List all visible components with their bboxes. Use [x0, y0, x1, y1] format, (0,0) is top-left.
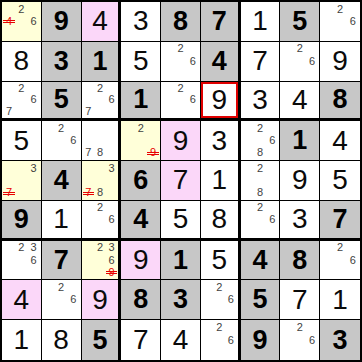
pencil-mark-6: 6: [187, 56, 199, 67]
pencil-mark-6: 6: [67, 135, 79, 146]
pencil-mark-3: 3: [106, 242, 118, 253]
given-digit-r1c1[interactable]: 3: [42, 42, 82, 82]
solved-digit-r5c1[interactable]: 1: [42, 201, 82, 241]
eliminated-candidate-7: 7: [83, 187, 95, 198]
pencil-mark-6: 6: [28, 94, 40, 105]
cell-r8c7[interactable]: 26: [280, 320, 320, 360]
pencil-mark-8: 8: [254, 187, 266, 198]
solved-digit-r3c8[interactable]: 4: [320, 121, 360, 161]
pencil-mark-8: 8: [254, 147, 266, 158]
pencil-mark-6: 6: [225, 294, 237, 305]
pencil-mark-6: 6: [346, 255, 359, 266]
pencil-mark-6: 6: [106, 255, 118, 266]
given-digit-r7c3[interactable]: 8: [121, 280, 161, 320]
pencil-mark-6: 6: [106, 94, 118, 105]
cell-r3c6[interactable]: 268: [241, 121, 281, 161]
given-digit-r7c4[interactable]: 3: [161, 280, 201, 320]
solved-digit-r7c2[interactable]: 9: [82, 280, 122, 320]
pencil-mark-6: 6: [106, 214, 118, 225]
pencil-mark-6: 6: [346, 16, 359, 27]
solved-digit-r6c5[interactable]: 5: [201, 241, 241, 281]
pencil-mark-2: 2: [94, 202, 106, 213]
solved-digit-r4c7[interactable]: 9: [280, 161, 320, 201]
cell-r3c3[interactable]: 29: [121, 121, 161, 161]
pencil-mark-6: 6: [306, 335, 318, 346]
solved-digit-r6c3[interactable]: 9: [121, 241, 161, 281]
cell-r0c8[interactable]: 26: [320, 2, 360, 42]
pencil-mark-2: 2: [94, 83, 106, 94]
pencil-mark-2: 2: [213, 322, 225, 333]
solved-digit-r8c3[interactable]: 7: [121, 320, 161, 360]
pencil-mark-2: 2: [294, 322, 306, 333]
pencil-mark-6: 6: [225, 335, 237, 346]
given-digit-r6c6[interactable]: 4: [241, 241, 281, 281]
cell-r8c5[interactable]: 26: [201, 320, 241, 360]
eliminated-candidate-7: 7: [3, 187, 15, 198]
cell-r4c0[interactable]: 37: [2, 161, 42, 201]
given-digit-r1c2[interactable]: 1: [82, 42, 122, 82]
solved-digit-r4c4[interactable]: 7: [161, 161, 201, 201]
given-digit-r0c4[interactable]: 8: [161, 2, 201, 42]
cell-r1c4[interactable]: 26: [161, 42, 201, 82]
solved-digit-r0c6[interactable]: 1: [241, 2, 281, 42]
pencil-mark-6: 6: [266, 135, 278, 146]
cell-r3c2[interactable]: 78: [82, 121, 122, 161]
cell-r7c1[interactable]: 26: [42, 280, 82, 320]
pencil-mark-2: 2: [15, 4, 27, 15]
solved-digit-r8c0[interactable]: 1: [2, 320, 42, 360]
solved-digit-r4c5[interactable]: 1: [201, 161, 241, 201]
given-digit-r2c8[interactable]: 8: [320, 82, 360, 122]
pencil-mark-3: 3: [28, 242, 40, 253]
pencil-mark-2: 2: [15, 83, 27, 94]
pencil-mark-6: 6: [187, 94, 199, 105]
solved-digit-r5c4[interactable]: 5: [161, 201, 201, 241]
given-digit-r5c0[interactable]: 9: [2, 201, 42, 241]
solved-digit-r5c7[interactable]: 3: [280, 201, 320, 241]
pencil-mark-2: 2: [55, 123, 67, 134]
pencil-mark-2: 2: [174, 83, 186, 94]
pencil-mark-2: 2: [254, 163, 266, 174]
solved-digit-r5c5[interactable]: 8: [201, 201, 241, 241]
pencil-mark-2: 2: [334, 4, 347, 15]
cell-r2c2[interactable]: 267: [82, 82, 122, 122]
pencil-mark-8: 8: [94, 147, 106, 158]
pencil-mark-6: 6: [28, 255, 40, 266]
cell-r3c1[interactable]: 26: [42, 121, 82, 161]
given-digit-r8c2[interactable]: 5: [82, 320, 122, 360]
pencil-mark-2: 2: [334, 242, 347, 253]
given-digit-r0c5[interactable]: 7: [201, 2, 241, 42]
pencil-mark-2: 2: [55, 282, 67, 293]
given-digit-r3c7[interactable]: 1: [280, 121, 320, 161]
given-digit-r4c1[interactable]: 4: [42, 161, 82, 201]
eliminated-candidate-9: 9: [106, 267, 118, 278]
solved-digit-r7c8[interactable]: 1: [320, 280, 360, 320]
cell-r2c4[interactable]: 26: [161, 82, 201, 122]
cell-r4c2[interactable]: 378: [82, 161, 122, 201]
pencil-mark-6: 6: [67, 294, 79, 305]
pencil-mark-3: 3: [106, 163, 118, 174]
cell-r6c2[interactable]: 2369: [82, 241, 122, 281]
given-digit-r8c8[interactable]: 3: [320, 320, 360, 360]
pencil-mark-2: 2: [135, 123, 147, 134]
pencil-mark-6: 6: [28, 16, 40, 27]
pencil-mark-2: 2: [15, 242, 27, 253]
solved-digit-r0c3[interactable]: 3: [121, 2, 161, 42]
solved-digit-r8c1[interactable]: 8: [42, 320, 82, 360]
sudoku-board: 2469438715268315264726926752671269348526…: [0, 0, 362, 362]
given-digit-r6c1[interactable]: 7: [42, 241, 82, 281]
solved-digit-r1c0[interactable]: 8: [2, 42, 42, 82]
pencil-mark-2: 2: [213, 282, 225, 293]
eliminated-candidate-9: 9: [147, 147, 159, 158]
cell-r7c5[interactable]: 26: [201, 280, 241, 320]
eliminated-candidate-4: 4: [3, 16, 15, 27]
given-digit-r7c6[interactable]: 5: [241, 280, 281, 320]
pencil-mark-6: 6: [266, 214, 278, 225]
given-digit-r5c8[interactable]: 7: [320, 201, 360, 241]
solved-digit-r8c4[interactable]: 4: [161, 320, 201, 360]
given-digit-r2c3[interactable]: 1: [121, 82, 161, 122]
cell-r1c7[interactable]: 26: [280, 42, 320, 82]
cell-r6c0[interactable]: 236: [2, 241, 42, 281]
given-digit-r6c4[interactable]: 1: [161, 241, 201, 281]
given-digit-r0c1[interactable]: 9: [42, 2, 82, 42]
solved-digit-r3c5[interactable]: 3: [201, 121, 241, 161]
cell-r5c6[interactable]: 26: [241, 201, 281, 241]
solved-digit-r1c3[interactable]: 5: [121, 42, 161, 82]
solved-digit-r0c2[interactable]: 4: [82, 2, 122, 42]
given-digit-r6c7[interactable]: 8: [280, 241, 320, 281]
pencil-mark-2: 2: [254, 123, 266, 134]
pencil-mark-2: 2: [294, 43, 306, 54]
pencil-mark-8: 8: [94, 187, 106, 198]
given-digit-r2c1[interactable]: 5: [42, 82, 82, 122]
given-digit-r8c6[interactable]: 9: [241, 320, 281, 360]
pencil-mark-2: 2: [174, 43, 186, 54]
solved-digit-r2c5[interactable]: 9: [201, 82, 241, 122]
pencil-mark-3: 3: [28, 163, 40, 174]
solved-digit-r2c7[interactable]: 4: [280, 82, 320, 122]
cell-r5c2[interactable]: 26: [82, 201, 122, 241]
pencil-mark-7: 7: [83, 147, 95, 158]
solved-digit-r7c0[interactable]: 4: [2, 280, 42, 320]
pencil-mark-2: 2: [94, 242, 106, 253]
solved-digit-r1c6[interactable]: 7: [241, 42, 281, 82]
solved-digit-r2c6[interactable]: 3: [241, 82, 281, 122]
solved-digit-r3c4[interactable]: 9: [161, 121, 201, 161]
pencil-mark-2: 2: [254, 202, 266, 213]
given-digit-r5c3[interactable]: 4: [121, 201, 161, 241]
cell-r4c6[interactable]: 28: [241, 161, 281, 201]
solved-digit-r1c8[interactable]: 9: [320, 42, 360, 82]
solved-digit-r7c7[interactable]: 7: [280, 280, 320, 320]
cell-r2c0[interactable]: 267: [2, 82, 42, 122]
given-digit-r1c5[interactable]: 4: [201, 42, 241, 82]
given-digit-r0c7[interactable]: 5: [280, 2, 320, 42]
solved-digit-r3c0[interactable]: 5: [2, 121, 42, 161]
cell-r6c8[interactable]: 26: [320, 241, 360, 281]
pencil-mark-6: 6: [306, 56, 318, 67]
pencil-mark-7: 7: [83, 106, 95, 117]
pencil-mark-7: 7: [3, 106, 15, 117]
cell-r0c0[interactable]: 246: [2, 2, 42, 42]
solved-digit-r4c8[interactable]: 5: [320, 161, 360, 201]
given-digit-r4c3[interactable]: 6: [121, 161, 161, 201]
